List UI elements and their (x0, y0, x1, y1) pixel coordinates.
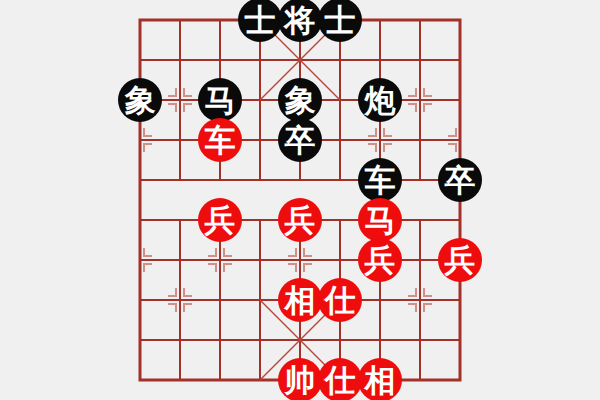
board-point-4-3[interactable]: 卒 (280, 120, 320, 160)
board-point-6-2[interactable]: 炮 (360, 80, 400, 120)
board-point-7-7[interactable] (400, 280, 440, 320)
piece-black-soldier[interactable]: 卒 (278, 118, 322, 162)
board-point-7-8[interactable] (400, 320, 440, 360)
board-point-5-2[interactable] (320, 80, 360, 120)
board-point-5-6[interactable] (320, 240, 360, 280)
board-point-5-0[interactable]: 士 (320, 0, 360, 40)
board-point-2-5[interactable]: 兵 (200, 200, 240, 240)
board-point-4-5[interactable]: 兵 (280, 200, 320, 240)
board-point-2-6[interactable] (200, 240, 240, 280)
board-point-5-4[interactable] (320, 160, 360, 200)
board-point-1-9[interactable] (160, 360, 200, 400)
board-point-5-1[interactable] (320, 40, 360, 80)
piece-black-advisor[interactable]: 士 (238, 0, 282, 42)
board-point-0-4[interactable] (120, 160, 160, 200)
board-point-1-6[interactable] (160, 240, 200, 280)
piece-black-horse[interactable]: 马 (198, 78, 242, 122)
piece-black-general[interactable]: 将 (278, 0, 322, 42)
piece-red-elephant[interactable]: 相 (358, 358, 402, 400)
board-point-8-9[interactable] (440, 360, 480, 400)
piece-red-chariot[interactable]: 车 (198, 118, 242, 162)
board-point-0-2[interactable]: 象 (120, 80, 160, 120)
board-point-1-0[interactable] (160, 0, 200, 40)
board-point-4-8[interactable] (280, 320, 320, 360)
board-point-8-5[interactable] (440, 200, 480, 240)
board-point-2-9[interactable] (200, 360, 240, 400)
board-point-0-6[interactable] (120, 240, 160, 280)
board-point-7-9[interactable] (400, 360, 440, 400)
board-point-4-7[interactable]: 相 (280, 280, 320, 320)
board-point-1-4[interactable] (160, 160, 200, 200)
board-point-2-0[interactable] (200, 0, 240, 40)
board-point-3-3[interactable] (240, 120, 280, 160)
board-point-4-2[interactable]: 象 (280, 80, 320, 120)
board-point-5-5[interactable] (320, 200, 360, 240)
piece-black-elephant[interactable]: 象 (278, 78, 322, 122)
board-point-3-8[interactable] (240, 320, 280, 360)
board-point-6-9[interactable]: 相 (360, 360, 400, 400)
board-point-1-1[interactable] (160, 40, 200, 80)
board-point-2-3[interactable]: 车 (200, 120, 240, 160)
board-point-2-4[interactable] (200, 160, 240, 200)
board-point-4-4[interactable] (280, 160, 320, 200)
board-point-3-5[interactable] (240, 200, 280, 240)
board-point-4-0[interactable]: 将 (280, 0, 320, 40)
piece-red-general[interactable]: 帅 (278, 358, 322, 400)
board-point-8-1[interactable] (440, 40, 480, 80)
board-point-6-0[interactable] (360, 0, 400, 40)
board-point-8-2[interactable] (440, 80, 480, 120)
piece-black-advisor[interactable]: 士 (318, 0, 362, 42)
board-point-6-7[interactable] (360, 280, 400, 320)
board-point-3-0[interactable]: 士 (240, 0, 280, 40)
board-point-3-9[interactable] (240, 360, 280, 400)
board-point-1-8[interactable] (160, 320, 200, 360)
piece-black-cannon[interactable]: 炮 (358, 78, 402, 122)
board-point-0-3[interactable] (120, 120, 160, 160)
board-point-6-3[interactable] (360, 120, 400, 160)
board-point-1-2[interactable] (160, 80, 200, 120)
board-point-7-3[interactable] (400, 120, 440, 160)
board-point-1-7[interactable] (160, 280, 200, 320)
board-point-7-5[interactable] (400, 200, 440, 240)
board-point-7-1[interactable] (400, 40, 440, 80)
board-point-0-1[interactable] (120, 40, 160, 80)
board-point-7-0[interactable] (400, 0, 440, 40)
board-point-5-3[interactable] (320, 120, 360, 160)
board-point-0-9[interactable] (120, 360, 160, 400)
board-point-2-7[interactable] (200, 280, 240, 320)
board-point-7-6[interactable] (400, 240, 440, 280)
board-point-8-7[interactable] (440, 280, 480, 320)
board-point-3-2[interactable] (240, 80, 280, 120)
board-point-6-4[interactable]: 车 (360, 160, 400, 200)
board-point-3-6[interactable] (240, 240, 280, 280)
board-point-3-4[interactable] (240, 160, 280, 200)
board-point-6-5[interactable]: 马 (360, 200, 400, 240)
board-point-7-4[interactable] (400, 160, 440, 200)
board-point-3-1[interactable] (240, 40, 280, 80)
board-point-1-5[interactable] (160, 200, 200, 240)
xiangqi-board: 士将士象马象炮车卒车卒兵兵马兵兵相仕帅仕相 (120, 0, 480, 400)
piece-red-advisor[interactable]: 仕 (318, 278, 362, 322)
board-point-0-8[interactable] (120, 320, 160, 360)
board-point-5-8[interactable] (320, 320, 360, 360)
piece-red-horse[interactable]: 马 (358, 198, 402, 242)
board-point-0-0[interactable] (120, 0, 160, 40)
board-point-2-2[interactable]: 马 (200, 80, 240, 120)
piece-red-soldier[interactable]: 兵 (438, 238, 482, 282)
piece-red-soldier[interactable]: 兵 (278, 198, 322, 242)
xiangqi-app: 士将士象马象炮车卒车卒兵兵马兵兵相仕帅仕相 (0, 0, 600, 400)
board-point-4-1[interactable] (280, 40, 320, 80)
board-point-2-1[interactable] (200, 40, 240, 80)
piece-red-soldier[interactable]: 兵 (198, 198, 242, 242)
board-point-3-7[interactable] (240, 280, 280, 320)
board-point-0-7[interactable] (120, 280, 160, 320)
board-point-6-6[interactable]: 兵 (360, 240, 400, 280)
board-point-2-8[interactable] (200, 320, 240, 360)
board-point-8-3[interactable] (440, 120, 480, 160)
board-point-4-9[interactable]: 帅 (280, 360, 320, 400)
board-point-4-6[interactable] (280, 240, 320, 280)
board-point-5-9[interactable]: 仕 (320, 360, 360, 400)
board-point-0-5[interactable] (120, 200, 160, 240)
piece-red-advisor[interactable]: 仕 (318, 358, 362, 400)
board-point-6-8[interactable] (360, 320, 400, 360)
board-point-8-6[interactable]: 兵 (440, 240, 480, 280)
board-point-8-0[interactable] (440, 0, 480, 40)
board-point-5-7[interactable]: 仕 (320, 280, 360, 320)
board-point-8-8[interactable] (440, 320, 480, 360)
board-point-7-2[interactable] (400, 80, 440, 120)
piece-black-chariot[interactable]: 车 (358, 158, 402, 202)
piece-red-elephant[interactable]: 相 (278, 278, 322, 322)
board-point-1-3[interactable] (160, 120, 200, 160)
board-point-8-4[interactable]: 卒 (440, 160, 480, 200)
board-point-6-1[interactable] (360, 40, 400, 80)
piece-black-elephant[interactable]: 象 (118, 78, 162, 122)
piece-black-soldier[interactable]: 卒 (438, 158, 482, 202)
piece-red-soldier[interactable]: 兵 (358, 238, 402, 282)
